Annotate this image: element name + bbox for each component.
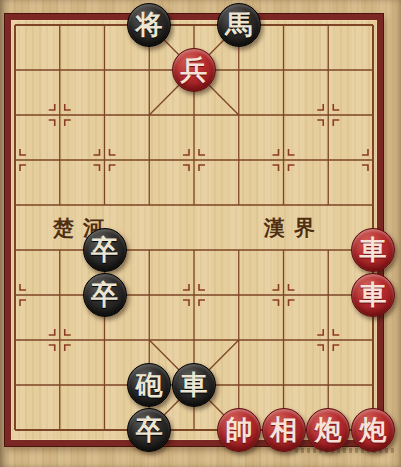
piece-glyph: 炮: [360, 417, 387, 444]
piece-red-soldier[interactable]: 兵: [172, 48, 216, 92]
piece-glyph: 帥: [225, 417, 252, 444]
piece-red-general[interactable]: 帥: [217, 408, 261, 452]
piece-red-cannon[interactable]: 炮: [306, 408, 350, 452]
pieces-layer: 将馬兵卒車卒車砲車卒帥相炮炮: [0, 0, 401, 467]
piece-black-soldier[interactable]: 卒: [127, 408, 171, 452]
piece-red-chariot[interactable]: 車: [351, 228, 395, 272]
piece-glyph: 卒: [136, 417, 163, 444]
piece-black-general[interactable]: 将: [127, 3, 171, 47]
piece-black-cannon[interactable]: 砲: [127, 363, 171, 407]
piece-glyph: 砲: [136, 372, 163, 399]
piece-red-elephant[interactable]: 相: [262, 408, 306, 452]
piece-glyph: 車: [181, 372, 208, 399]
piece-glyph: 車: [360, 282, 387, 309]
piece-glyph: 馬: [225, 12, 252, 39]
piece-glyph: 炮: [315, 417, 342, 444]
watermark: [295, 448, 395, 453]
piece-glyph: 相: [270, 417, 297, 444]
piece-black-soldier[interactable]: 卒: [83, 273, 127, 317]
xiangqi-board-app: 楚河 漢界 将馬兵卒車卒車砲車卒帥相炮炮: [0, 0, 401, 467]
piece-glyph: 車: [360, 237, 387, 264]
piece-black-soldier[interactable]: 卒: [83, 228, 127, 272]
piece-glyph: 将: [136, 12, 163, 39]
piece-red-cannon[interactable]: 炮: [351, 408, 395, 452]
piece-glyph: 卒: [91, 282, 118, 309]
piece-glyph: 兵: [181, 57, 208, 84]
piece-black-horse[interactable]: 馬: [217, 3, 261, 47]
piece-glyph: 卒: [91, 237, 118, 264]
piece-red-chariot[interactable]: 車: [351, 273, 395, 317]
piece-black-chariot[interactable]: 車: [172, 363, 216, 407]
